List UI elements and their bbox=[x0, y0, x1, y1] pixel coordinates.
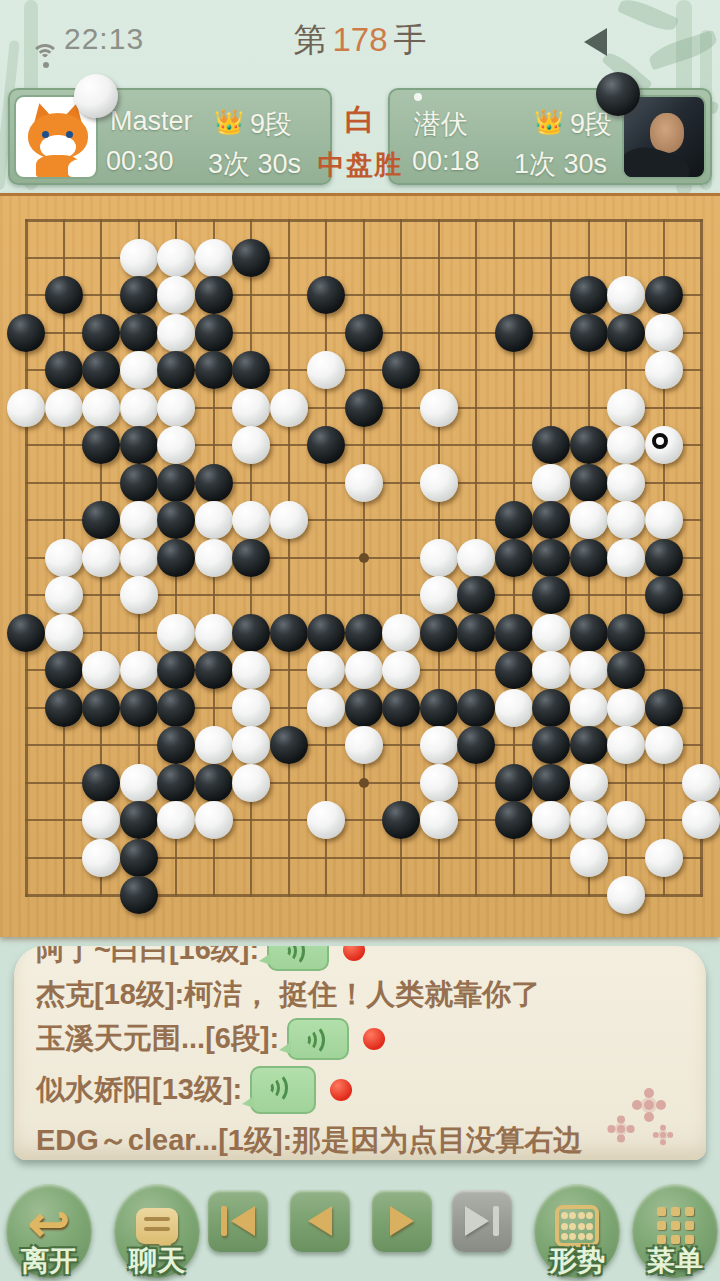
stone-white bbox=[420, 539, 458, 577]
stone-black bbox=[307, 426, 345, 464]
stone-black bbox=[120, 276, 158, 314]
stone-black bbox=[157, 539, 195, 577]
stone-black bbox=[157, 764, 195, 802]
stone-black bbox=[157, 689, 195, 727]
stone-black bbox=[195, 464, 233, 502]
stone-black bbox=[195, 314, 233, 352]
stone-black bbox=[82, 426, 120, 464]
stone-black bbox=[532, 576, 570, 614]
stone-white bbox=[570, 764, 608, 802]
stone-black bbox=[120, 839, 158, 877]
stone-white bbox=[607, 501, 645, 539]
star-point bbox=[359, 553, 369, 563]
stone-black bbox=[120, 801, 158, 839]
stone-black bbox=[420, 614, 458, 652]
stone-white bbox=[570, 651, 608, 689]
stone-white bbox=[457, 539, 495, 577]
stone-black bbox=[345, 314, 383, 352]
stone-black bbox=[570, 276, 608, 314]
stone-black bbox=[570, 314, 608, 352]
stone-white bbox=[232, 764, 270, 802]
stone-black bbox=[532, 426, 570, 464]
player-rank-white: 9段 bbox=[250, 106, 292, 142]
stone-black bbox=[232, 614, 270, 652]
stone-white bbox=[270, 501, 308, 539]
stone-black bbox=[195, 764, 233, 802]
chat-message: 杰克[18级]:柯洁， 挺住！人类就靠你了 bbox=[36, 974, 686, 1016]
stone-black bbox=[645, 276, 683, 314]
chat-message-list: 阿丁~白白[16级]:杰克[18级]:柯洁， 挺住！人类就靠你了玉溪天元围...… bbox=[36, 946, 686, 1160]
stone-white bbox=[120, 501, 158, 539]
stone-white bbox=[532, 801, 570, 839]
move-number: 178 bbox=[326, 21, 393, 58]
chat-message-text: 阿丁~白白[16级]: bbox=[36, 946, 259, 970]
stone-black bbox=[420, 689, 458, 727]
chat-panel[interactable]: 阿丁~白白[16级]:杰克[18级]:柯洁， 挺住！人类就靠你了玉溪天元围...… bbox=[14, 946, 706, 1160]
stone-black bbox=[495, 539, 533, 577]
move-prefix: 第 bbox=[293, 21, 326, 58]
stone-black bbox=[157, 464, 195, 502]
stone-black bbox=[607, 614, 645, 652]
crown-icon: 👑 bbox=[214, 108, 244, 136]
stone-white bbox=[120, 764, 158, 802]
stone-white bbox=[307, 651, 345, 689]
stone-white bbox=[45, 389, 83, 427]
player-clock-white: 00:30 bbox=[106, 146, 174, 177]
stone-black bbox=[120, 689, 158, 727]
stone-white bbox=[607, 876, 645, 914]
stone-white bbox=[607, 276, 645, 314]
stone-black bbox=[645, 689, 683, 727]
abacus-icon bbox=[555, 1205, 599, 1247]
white-stone-indicator bbox=[74, 74, 118, 118]
stone-white bbox=[157, 614, 195, 652]
player-panel-white: Master 👑 9段 00:30 3次 30s bbox=[8, 88, 332, 185]
stone-white bbox=[607, 801, 645, 839]
stone-black bbox=[157, 726, 195, 764]
player-clock-black: 00:18 bbox=[412, 146, 480, 177]
stone-white bbox=[532, 464, 570, 502]
stone-white bbox=[607, 389, 645, 427]
voice-message-bubble[interactable] bbox=[287, 1018, 349, 1060]
analysis-button[interactable]: 形势 bbox=[534, 1184, 620, 1278]
stone-white bbox=[420, 389, 458, 427]
stone-white bbox=[682, 801, 720, 839]
step-forward-button[interactable] bbox=[372, 1190, 432, 1252]
stone-white bbox=[420, 464, 458, 502]
stone-white bbox=[195, 726, 233, 764]
stone-white bbox=[232, 501, 270, 539]
stone-black bbox=[232, 539, 270, 577]
stone-white bbox=[232, 689, 270, 727]
stone-white bbox=[45, 576, 83, 614]
stone-white bbox=[645, 314, 683, 352]
stone-black bbox=[457, 576, 495, 614]
stone-white bbox=[232, 426, 270, 464]
stone-black bbox=[382, 689, 420, 727]
stone-white bbox=[570, 689, 608, 727]
stone-white bbox=[607, 689, 645, 727]
stone-white bbox=[82, 839, 120, 877]
stone-white bbox=[607, 726, 645, 764]
stone-white bbox=[120, 351, 158, 389]
stone-black bbox=[607, 314, 645, 352]
star-point bbox=[359, 778, 369, 788]
stone-black bbox=[532, 689, 570, 727]
stone-black bbox=[82, 314, 120, 352]
stone-black bbox=[82, 501, 120, 539]
stone-white bbox=[307, 801, 345, 839]
stone-black bbox=[82, 764, 120, 802]
stone-black bbox=[532, 764, 570, 802]
stone-black bbox=[607, 651, 645, 689]
chat-message-text: 似水娇阳[13级]: bbox=[36, 1070, 242, 1110]
stone-white bbox=[82, 651, 120, 689]
stone-white bbox=[645, 426, 683, 464]
stone-black bbox=[307, 276, 345, 314]
stone-white bbox=[420, 801, 458, 839]
chat-message: EDG～clear...[1级]:那是因为点目没算右边 bbox=[36, 1118, 686, 1160]
leave-button[interactable]: ↩ 离开 bbox=[6, 1184, 92, 1278]
move-suffix: 手 bbox=[394, 21, 427, 58]
stone-black bbox=[495, 614, 533, 652]
stone-black bbox=[457, 689, 495, 727]
stone-black bbox=[157, 501, 195, 539]
stone-white bbox=[420, 576, 458, 614]
stone-white bbox=[645, 839, 683, 877]
stone-white bbox=[345, 726, 383, 764]
game-result: 白 中盘胜 bbox=[312, 100, 408, 183]
stone-white bbox=[645, 351, 683, 389]
grid-line bbox=[400, 219, 402, 897]
voice-message-bubble[interactable] bbox=[267, 946, 329, 971]
skip-to-end-button[interactable] bbox=[452, 1190, 512, 1252]
stone-white bbox=[120, 539, 158, 577]
stone-black bbox=[120, 464, 158, 502]
stone-black bbox=[532, 539, 570, 577]
stone-white bbox=[645, 501, 683, 539]
stone-black bbox=[45, 276, 83, 314]
menu-button[interactable]: 菜单 bbox=[632, 1184, 718, 1278]
stone-white bbox=[420, 726, 458, 764]
player-periods-white: 3次 30s bbox=[208, 146, 301, 182]
chat-button[interactable]: 聊天 bbox=[114, 1184, 200, 1278]
stone-black bbox=[232, 239, 270, 277]
stone-white bbox=[232, 726, 270, 764]
stone-white bbox=[645, 726, 683, 764]
chat-message-text: 杰克[18级]:柯洁， 挺住！人类就靠你了 bbox=[36, 975, 540, 1015]
stone-black bbox=[382, 801, 420, 839]
player-periods-black: 1次 30s bbox=[514, 146, 607, 182]
skip-to-end-icon bbox=[465, 1206, 489, 1236]
stone-black bbox=[457, 726, 495, 764]
stone-black bbox=[532, 726, 570, 764]
stone-black bbox=[270, 614, 308, 652]
stone-white bbox=[120, 239, 158, 277]
stone-white bbox=[157, 276, 195, 314]
stone-white bbox=[307, 351, 345, 389]
stone-white bbox=[195, 614, 233, 652]
player-name-black: 潜伏 bbox=[414, 106, 468, 142]
stone-black bbox=[495, 501, 533, 539]
skip-to-start-button[interactable] bbox=[208, 1190, 268, 1252]
stone-white bbox=[382, 651, 420, 689]
stone-white bbox=[420, 764, 458, 802]
stone-black bbox=[120, 876, 158, 914]
stone-black bbox=[232, 351, 270, 389]
stone-black bbox=[382, 351, 420, 389]
stone-white bbox=[570, 501, 608, 539]
chat-message-text: 玉溪天元围...[6段]: bbox=[36, 1019, 279, 1059]
stone-black bbox=[495, 651, 533, 689]
stone-white bbox=[307, 689, 345, 727]
stone-white bbox=[195, 239, 233, 277]
panel-pin bbox=[414, 93, 422, 101]
stone-white bbox=[195, 501, 233, 539]
player-panel-black: 潜伏 👑 9段 00:18 1次 30s bbox=[388, 88, 712, 185]
stone-black bbox=[45, 651, 83, 689]
stone-black bbox=[120, 314, 158, 352]
crown-icon: 👑 bbox=[534, 108, 564, 136]
stone-white bbox=[682, 764, 720, 802]
black-stone-indicator bbox=[596, 72, 640, 116]
stone-white bbox=[45, 539, 83, 577]
stone-black bbox=[82, 689, 120, 727]
stone-white bbox=[82, 539, 120, 577]
stone-white bbox=[345, 464, 383, 502]
stone-black bbox=[307, 614, 345, 652]
stone-white bbox=[607, 426, 645, 464]
unread-dot bbox=[343, 946, 365, 961]
stone-white bbox=[532, 651, 570, 689]
stone-black bbox=[457, 614, 495, 652]
stone-white bbox=[157, 426, 195, 464]
chat-message: 似水娇阳[13级]: bbox=[36, 1062, 686, 1118]
stone-black bbox=[7, 614, 45, 652]
collapse-triangle-icon[interactable] bbox=[584, 28, 607, 56]
result-color: 白 bbox=[312, 100, 408, 141]
go-board[interactable] bbox=[0, 193, 720, 937]
stone-white bbox=[232, 389, 270, 427]
stone-white bbox=[570, 839, 608, 877]
stone-white bbox=[607, 464, 645, 502]
stone-white bbox=[157, 239, 195, 277]
unread-dot bbox=[363, 1028, 385, 1050]
stone-black bbox=[495, 801, 533, 839]
stone-white bbox=[195, 801, 233, 839]
stone-white bbox=[495, 689, 533, 727]
stone-black bbox=[345, 389, 383, 427]
stone-black bbox=[345, 614, 383, 652]
stone-white bbox=[195, 539, 233, 577]
stone-black bbox=[195, 276, 233, 314]
stone-black bbox=[570, 464, 608, 502]
step-back-button[interactable] bbox=[290, 1190, 350, 1252]
last-move-marker bbox=[652, 433, 668, 449]
stone-black bbox=[45, 689, 83, 727]
stone-white bbox=[532, 614, 570, 652]
stone-black bbox=[270, 726, 308, 764]
stone-black bbox=[157, 651, 195, 689]
stone-white bbox=[120, 389, 158, 427]
stone-black bbox=[570, 726, 608, 764]
stone-white bbox=[7, 389, 45, 427]
stone-black bbox=[645, 576, 683, 614]
stone-black bbox=[645, 539, 683, 577]
move-counter: 第178手 bbox=[0, 18, 720, 63]
stone-white bbox=[82, 801, 120, 839]
stone-white bbox=[120, 651, 158, 689]
stone-black bbox=[495, 314, 533, 352]
stone-white bbox=[232, 651, 270, 689]
stone-black bbox=[345, 689, 383, 727]
chat-bubble-icon bbox=[136, 1208, 178, 1244]
stone-white bbox=[45, 614, 83, 652]
stone-white bbox=[570, 801, 608, 839]
menu-grid-icon bbox=[657, 1207, 694, 1244]
step-forward-icon bbox=[390, 1206, 414, 1236]
stone-black bbox=[570, 426, 608, 464]
stone-black bbox=[195, 651, 233, 689]
skip-to-start-icon bbox=[221, 1206, 227, 1236]
player-name-white: Master bbox=[110, 106, 193, 137]
stone-black bbox=[7, 314, 45, 352]
stone-black bbox=[45, 351, 83, 389]
stone-white bbox=[120, 576, 158, 614]
stone-black bbox=[570, 614, 608, 652]
stone-white bbox=[270, 389, 308, 427]
stone-black bbox=[82, 351, 120, 389]
chat-message-text: EDG～clear...[1级]:那是因为点目没算右边 bbox=[36, 1121, 582, 1160]
stone-black bbox=[195, 351, 233, 389]
stone-white bbox=[345, 651, 383, 689]
stone-white bbox=[82, 389, 120, 427]
stone-black bbox=[532, 501, 570, 539]
plum-blossom-decoration bbox=[600, 1086, 690, 1156]
stone-white bbox=[157, 389, 195, 427]
stone-white bbox=[157, 314, 195, 352]
stone-white bbox=[607, 539, 645, 577]
stone-black bbox=[495, 764, 533, 802]
stone-black bbox=[570, 539, 608, 577]
stone-black bbox=[157, 351, 195, 389]
voice-message-bubble[interactable] bbox=[250, 1066, 316, 1114]
stone-white bbox=[157, 801, 195, 839]
result-type: 中盘胜 bbox=[312, 147, 408, 183]
unread-dot bbox=[330, 1079, 352, 1101]
stone-white bbox=[382, 614, 420, 652]
stone-black bbox=[120, 426, 158, 464]
chat-message: 阿丁~白白[16级]: bbox=[36, 946, 686, 974]
step-back-icon bbox=[308, 1206, 332, 1236]
chat-message: 玉溪天元围...[6段]: bbox=[36, 1016, 686, 1062]
app-root: { "game": "go", "status_bar": { "time": … bbox=[0, 0, 720, 1281]
